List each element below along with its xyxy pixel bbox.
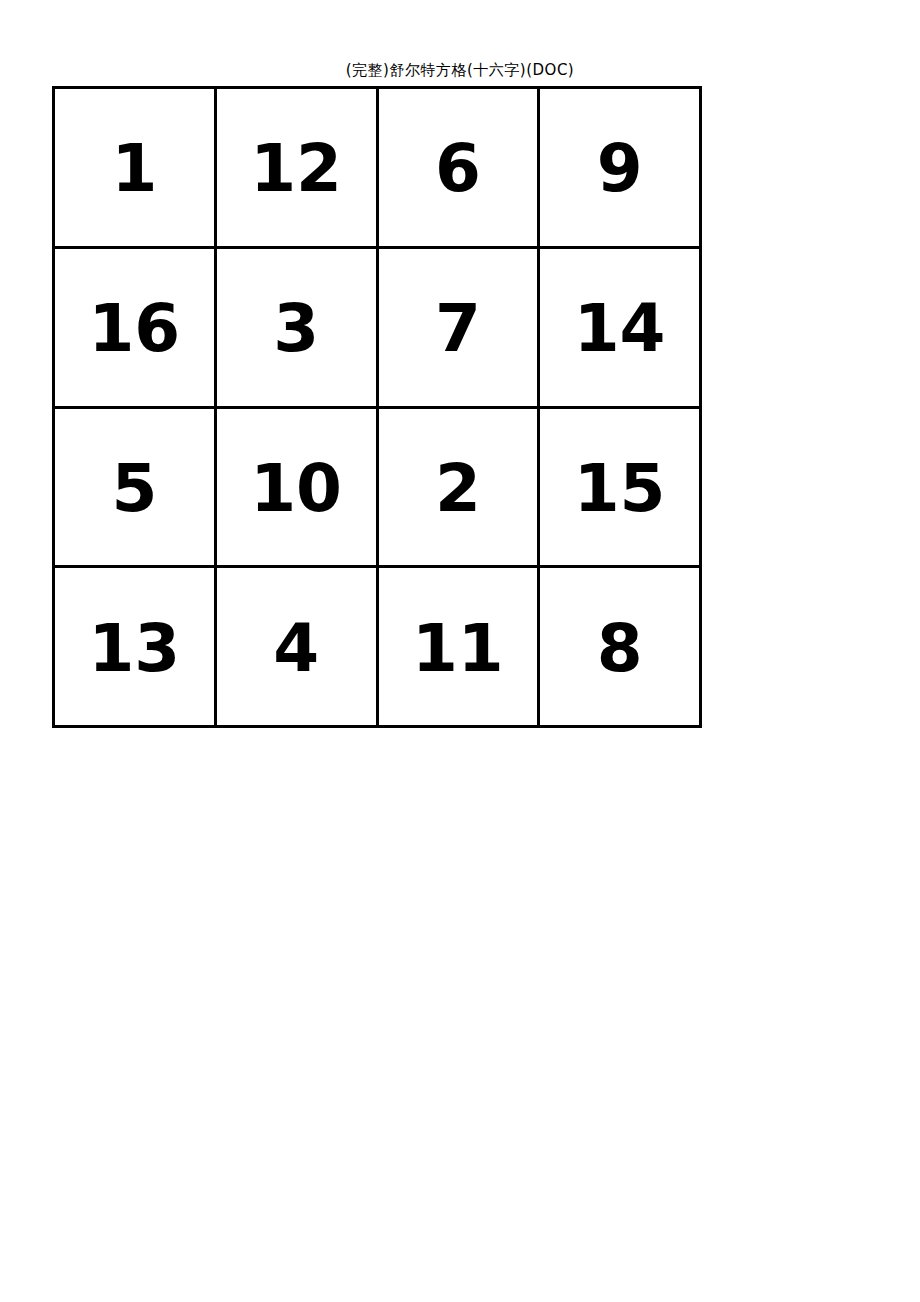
- cell-r2c2[interactable]: 3: [217, 249, 376, 406]
- cell-r4c3[interactable]: 11: [379, 568, 538, 725]
- cell-r1c4[interactable]: 9: [540, 89, 699, 246]
- cell-r2c4[interactable]: 14: [540, 249, 699, 406]
- cell-r4c4[interactable]: 8: [540, 568, 699, 725]
- cell-r2c3[interactable]: 7: [379, 249, 538, 406]
- cell-r4c2[interactable]: 4: [217, 568, 376, 725]
- cell-r1c2[interactable]: 12: [217, 89, 376, 246]
- cell-r3c1[interactable]: 5: [55, 409, 214, 566]
- page-title: (完整)舒尔特方格(十六字)(DOC): [0, 61, 920, 80]
- cell-r2c1[interactable]: 16: [55, 249, 214, 406]
- schulte-grid: 1 12 6 9 16 3 7 14 5 10 2 15 13 4 11 8: [52, 86, 702, 728]
- cell-r1c3[interactable]: 6: [379, 89, 538, 246]
- cell-r3c2[interactable]: 10: [217, 409, 376, 566]
- cell-r4c1[interactable]: 13: [55, 568, 214, 725]
- cell-r3c4[interactable]: 15: [540, 409, 699, 566]
- cell-r1c1[interactable]: 1: [55, 89, 214, 246]
- cell-r3c3[interactable]: 2: [379, 409, 538, 566]
